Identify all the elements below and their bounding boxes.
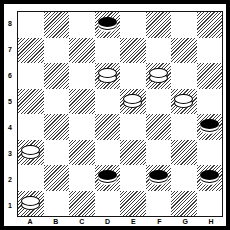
file-label-a: A: [17, 217, 43, 226]
square-g8: [171, 12, 197, 38]
black-man-d2[interactable]: [98, 170, 117, 185]
square-h2[interactable]: [197, 165, 223, 191]
square-b5: [44, 89, 70, 115]
square-a7[interactable]: [18, 38, 44, 64]
square-g1[interactable]: [171, 191, 197, 217]
square-e4: [120, 114, 146, 140]
square-d7: [95, 38, 121, 64]
square-c7[interactable]: [69, 38, 95, 64]
checkers-board: [17, 11, 223, 217]
square-f5: [146, 89, 172, 115]
square-h6[interactable]: [197, 63, 223, 89]
white-man-f6[interactable]: [149, 68, 168, 83]
square-c1[interactable]: [69, 191, 95, 217]
square-b8[interactable]: [44, 12, 70, 38]
file-label-b: B: [43, 217, 69, 226]
square-b1: [44, 191, 70, 217]
rank-label-5: 5: [4, 89, 16, 115]
square-e6: [120, 63, 146, 89]
square-f8[interactable]: [146, 12, 172, 38]
square-e1[interactable]: [120, 191, 146, 217]
square-a5[interactable]: [18, 89, 44, 115]
square-f2[interactable]: [146, 165, 172, 191]
rank-label-4: 4: [4, 115, 16, 141]
square-g2: [171, 165, 197, 191]
file-label-d: D: [95, 217, 121, 226]
square-b2[interactable]: [44, 165, 70, 191]
file-labels: ABCDEFGH: [17, 217, 224, 226]
black-man-h2[interactable]: [200, 170, 219, 185]
file-label-h: H: [198, 217, 224, 226]
square-c6: [69, 63, 95, 89]
square-d5: [95, 89, 121, 115]
square-e2: [120, 165, 146, 191]
square-a4: [18, 114, 44, 140]
white-man-a3[interactable]: [21, 145, 40, 160]
rank-label-7: 7: [4, 37, 16, 63]
rank-label-1: 1: [4, 192, 16, 218]
square-d1: [95, 191, 121, 217]
white-man-e5[interactable]: [123, 94, 142, 109]
square-g7[interactable]: [171, 38, 197, 64]
black-man-h4[interactable]: [200, 119, 219, 134]
diagram-frame: 87654321 ABCDEFGH: [0, 0, 230, 230]
square-d4[interactable]: [95, 114, 121, 140]
square-h3: [197, 140, 223, 166]
square-e8: [120, 12, 146, 38]
square-c2: [69, 165, 95, 191]
square-h7: [197, 38, 223, 64]
square-d8[interactable]: [95, 12, 121, 38]
square-g6: [171, 63, 197, 89]
square-c5[interactable]: [69, 89, 95, 115]
rank-label-8: 8: [4, 11, 16, 37]
square-b3: [44, 140, 70, 166]
square-f1: [146, 191, 172, 217]
square-a2: [18, 165, 44, 191]
square-d6[interactable]: [95, 63, 121, 89]
square-d3: [95, 140, 121, 166]
square-a3[interactable]: [18, 140, 44, 166]
white-man-d6[interactable]: [98, 68, 117, 83]
square-a8: [18, 12, 44, 38]
square-c8: [69, 12, 95, 38]
square-h1: [197, 191, 223, 217]
square-e5[interactable]: [120, 89, 146, 115]
white-man-g5[interactable]: [174, 94, 193, 109]
rank-label-3: 3: [4, 140, 16, 166]
square-c4: [69, 114, 95, 140]
square-h5: [197, 89, 223, 115]
file-label-f: F: [146, 217, 172, 226]
file-label-g: G: [172, 217, 198, 226]
rank-label-2: 2: [4, 166, 16, 192]
square-f3: [146, 140, 172, 166]
file-label-e: E: [121, 217, 147, 226]
square-f7: [146, 38, 172, 64]
square-e3[interactable]: [120, 140, 146, 166]
square-b4[interactable]: [44, 114, 70, 140]
square-g4: [171, 114, 197, 140]
square-h4[interactable]: [197, 114, 223, 140]
square-f6[interactable]: [146, 63, 172, 89]
square-g5[interactable]: [171, 89, 197, 115]
square-h8[interactable]: [197, 12, 223, 38]
square-a1[interactable]: [18, 191, 44, 217]
black-man-f2[interactable]: [149, 170, 168, 185]
square-f4[interactable]: [146, 114, 172, 140]
file-label-c: C: [69, 217, 95, 226]
rank-labels: 87654321: [4, 11, 16, 218]
black-man-d8[interactable]: [98, 17, 117, 32]
rank-label-6: 6: [4, 63, 16, 89]
square-g3[interactable]: [171, 140, 197, 166]
square-e7[interactable]: [120, 38, 146, 64]
square-c3[interactable]: [69, 140, 95, 166]
white-man-a1[interactable]: [21, 196, 40, 211]
square-b6[interactable]: [44, 63, 70, 89]
square-d2[interactable]: [95, 165, 121, 191]
square-a6: [18, 63, 44, 89]
square-b7: [44, 38, 70, 64]
